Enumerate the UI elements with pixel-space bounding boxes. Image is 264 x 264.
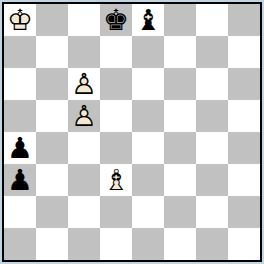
white-king-icon: ♔ <box>4 4 36 36</box>
square-a3[interactable]: ♟ <box>4 164 36 196</box>
square-d3[interactable]: ♝♗ <box>100 164 132 196</box>
square-f6[interactable] <box>164 68 196 100</box>
square-h2[interactable] <box>228 196 260 228</box>
white-pawn-icon: ♙ <box>68 100 100 132</box>
square-f8[interactable] <box>164 4 196 36</box>
square-b1[interactable] <box>36 228 68 260</box>
square-g2[interactable] <box>196 196 228 228</box>
square-h3[interactable] <box>228 164 260 196</box>
square-d5[interactable] <box>100 100 132 132</box>
square-c7[interactable] <box>68 36 100 68</box>
black-bishop-icon: ♝ <box>132 4 164 36</box>
square-f4[interactable] <box>164 132 196 164</box>
square-a7[interactable] <box>4 36 36 68</box>
square-c2[interactable] <box>68 196 100 228</box>
chess-board: ♚♔♚♝♟♙♟♙♟♟♝♗ <box>2 2 262 262</box>
white-pawn-icon: ♙ <box>68 68 100 100</box>
square-f3[interactable] <box>164 164 196 196</box>
square-d8[interactable]: ♚ <box>100 4 132 36</box>
white-bishop-icon: ♗ <box>100 164 132 196</box>
square-e8[interactable]: ♝ <box>132 4 164 36</box>
square-f2[interactable] <box>164 196 196 228</box>
square-b6[interactable] <box>36 68 68 100</box>
square-b8[interactable] <box>36 4 68 36</box>
black-pawn-icon: ♟ <box>4 164 36 196</box>
square-e6[interactable] <box>132 68 164 100</box>
square-c6[interactable]: ♟♙ <box>68 68 100 100</box>
white-bishop-fill: ♝ <box>100 164 132 196</box>
square-h6[interactable] <box>228 68 260 100</box>
square-g4[interactable] <box>196 132 228 164</box>
square-c8[interactable] <box>68 4 100 36</box>
square-d2[interactable] <box>100 196 132 228</box>
square-e1[interactable] <box>132 228 164 260</box>
black-pawn-icon: ♟ <box>4 132 36 164</box>
square-h1[interactable] <box>228 228 260 260</box>
square-f7[interactable] <box>164 36 196 68</box>
square-d7[interactable] <box>100 36 132 68</box>
square-a5[interactable] <box>4 100 36 132</box>
square-e3[interactable] <box>132 164 164 196</box>
square-a6[interactable] <box>4 68 36 100</box>
square-e2[interactable] <box>132 196 164 228</box>
square-h7[interactable] <box>228 36 260 68</box>
square-g3[interactable] <box>196 164 228 196</box>
square-c3[interactable] <box>68 164 100 196</box>
square-g1[interactable] <box>196 228 228 260</box>
square-b4[interactable] <box>36 132 68 164</box>
square-h5[interactable] <box>228 100 260 132</box>
white-pawn-fill: ♟ <box>68 100 100 132</box>
square-c1[interactable] <box>68 228 100 260</box>
square-a8[interactable]: ♚♔ <box>4 4 36 36</box>
square-c4[interactable] <box>68 132 100 164</box>
square-e5[interactable] <box>132 100 164 132</box>
square-a4[interactable]: ♟ <box>4 132 36 164</box>
square-c5[interactable]: ♟♙ <box>68 100 100 132</box>
square-b7[interactable] <box>36 36 68 68</box>
square-g5[interactable] <box>196 100 228 132</box>
square-f5[interactable] <box>164 100 196 132</box>
square-b2[interactable] <box>36 196 68 228</box>
square-e4[interactable] <box>132 132 164 164</box>
square-d1[interactable] <box>100 228 132 260</box>
outer-frame: ♚♔♚♝♟♙♟♙♟♟♝♗ <box>0 0 264 264</box>
white-pawn-fill: ♟ <box>68 68 100 100</box>
square-f1[interactable] <box>164 228 196 260</box>
square-d6[interactable] <box>100 68 132 100</box>
square-h4[interactable] <box>228 132 260 164</box>
white-king-fill: ♚ <box>4 4 36 36</box>
square-b5[interactable] <box>36 100 68 132</box>
square-e7[interactable] <box>132 36 164 68</box>
square-g7[interactable] <box>196 36 228 68</box>
square-g6[interactable] <box>196 68 228 100</box>
square-a1[interactable] <box>4 228 36 260</box>
square-a2[interactable] <box>4 196 36 228</box>
square-b3[interactable] <box>36 164 68 196</box>
square-h8[interactable] <box>228 4 260 36</box>
square-d4[interactable] <box>100 132 132 164</box>
black-king-icon: ♚ <box>100 4 132 36</box>
square-g8[interactable] <box>196 4 228 36</box>
